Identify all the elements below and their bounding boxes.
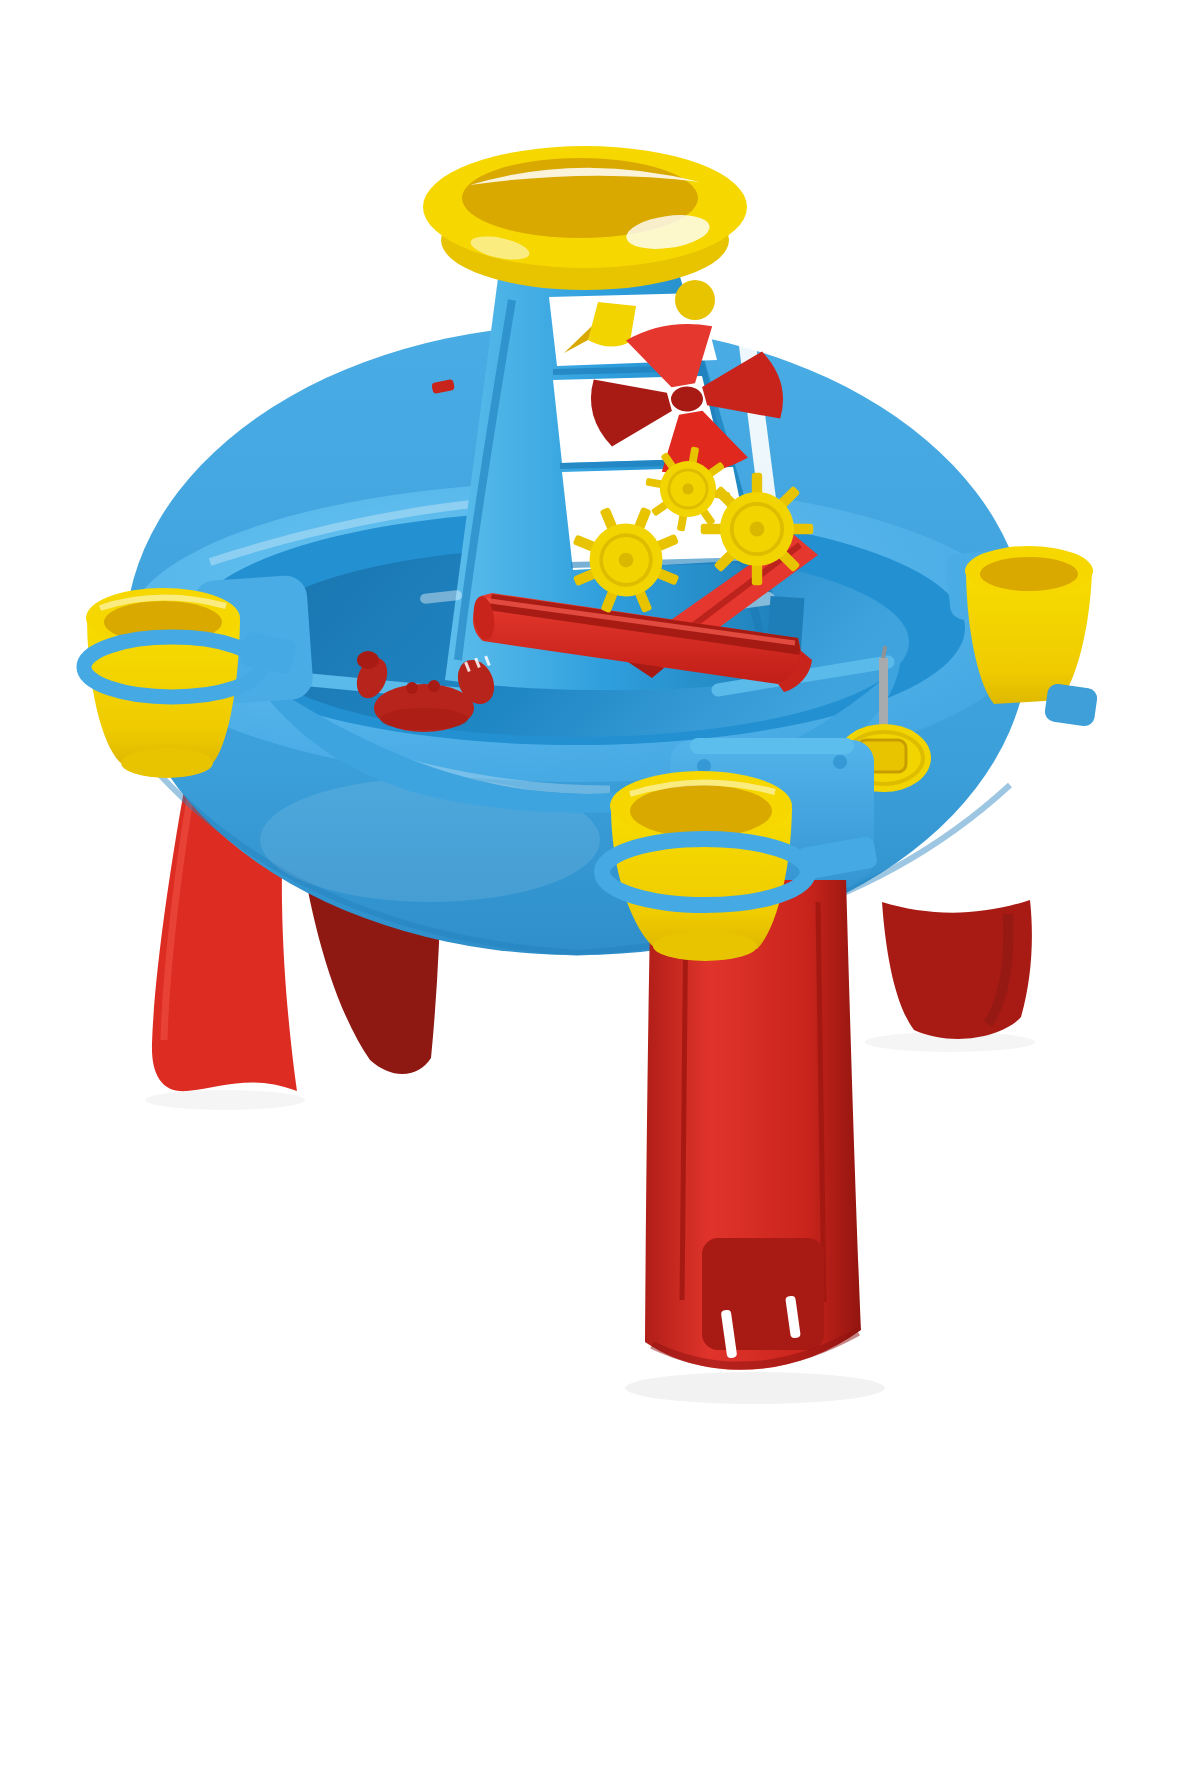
front-cup-opening <box>630 785 772 837</box>
crab-eye <box>428 680 440 692</box>
leg-foot-panel <box>702 1238 824 1350</box>
funnel-bowl <box>423 146 747 290</box>
ground-shadow <box>625 1372 885 1404</box>
right-cup-tab <box>1044 683 1099 728</box>
left-cup-bottom <box>121 748 213 778</box>
crab-eye <box>406 682 418 694</box>
front-cup-bottom <box>653 931 757 961</box>
bracket-top-lip <box>690 738 854 754</box>
funnel-ball <box>675 280 715 320</box>
crab-body-shade <box>380 708 468 730</box>
right-cup-opening <box>980 557 1078 591</box>
paddle-wheel-right <box>701 473 813 585</box>
bracket-dimple <box>833 755 847 769</box>
crab-pincer-left <box>357 651 379 669</box>
bracket-dimple <box>697 759 711 773</box>
water-table-illustration <box>0 0 1180 1770</box>
ground-shadow <box>145 1090 305 1110</box>
product-photo-canvas <box>0 0 1180 1770</box>
